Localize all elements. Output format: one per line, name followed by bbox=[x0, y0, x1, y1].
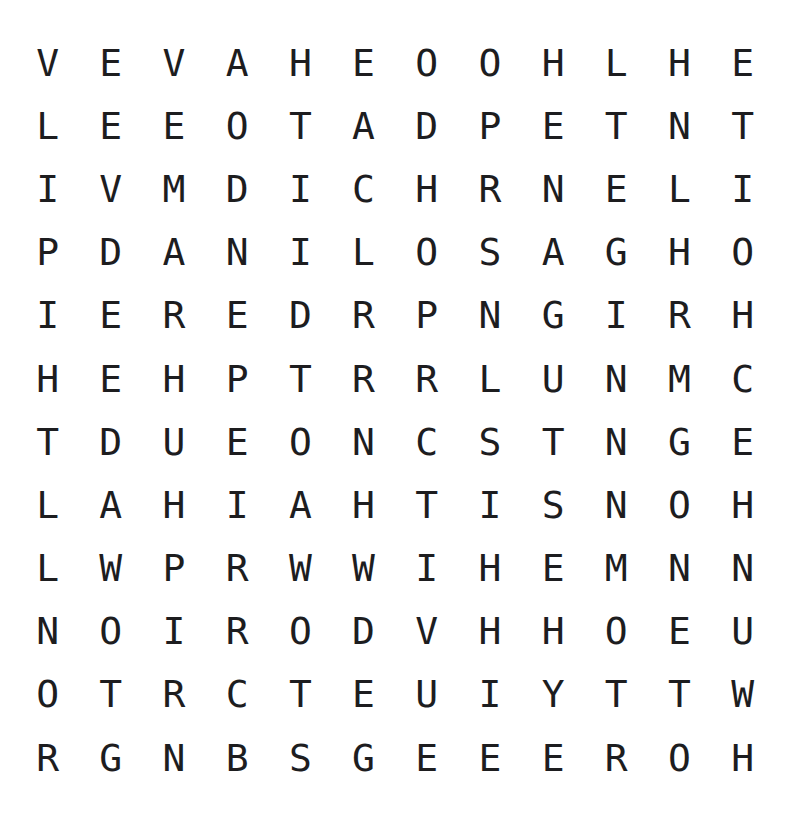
grid-cell-r1c7[interactable]: O bbox=[395, 31, 458, 94]
grid-cell-r2c7[interactable]: D bbox=[395, 94, 458, 157]
grid-cell-r4c7[interactable]: O bbox=[395, 221, 458, 284]
grid-cell-r5c11[interactable]: R bbox=[648, 284, 711, 347]
grid-cell-r8c9[interactable]: S bbox=[522, 473, 585, 536]
grid-cell-r2c9[interactable]: E bbox=[522, 94, 585, 157]
grid-cell-r9c2[interactable]: W bbox=[79, 537, 142, 600]
grid-cell-r8c3[interactable]: H bbox=[142, 473, 205, 536]
grid-cell-r11c8[interactable]: I bbox=[458, 663, 521, 726]
grid-cell-r10c9[interactable]: H bbox=[522, 600, 585, 663]
grid-cell-r9c5[interactable]: W bbox=[269, 537, 332, 600]
grid-cell-r5c6[interactable]: R bbox=[332, 284, 395, 347]
grid-cell-r5c5[interactable]: D bbox=[269, 284, 332, 347]
grid-cell-r8c10[interactable]: N bbox=[585, 473, 648, 536]
grid-cell-r11c5[interactable]: T bbox=[269, 663, 332, 726]
grid-cell-r9c11[interactable]: N bbox=[648, 537, 711, 600]
grid-cell-r4c1[interactable]: P bbox=[16, 221, 79, 284]
grid-cell-r3c7[interactable]: H bbox=[395, 157, 458, 220]
grid-cell-r1c8[interactable]: O bbox=[458, 31, 521, 94]
grid-cell-r1c1[interactable]: V bbox=[16, 31, 79, 94]
grid-cell-r3c5[interactable]: I bbox=[269, 157, 332, 220]
grid-cell-r10c11[interactable]: E bbox=[648, 600, 711, 663]
grid-cell-r4c3[interactable]: A bbox=[142, 221, 205, 284]
grid-cell-r2c11[interactable]: N bbox=[648, 94, 711, 157]
grid-cell-r1c5[interactable]: H bbox=[269, 31, 332, 94]
grid-cell-r6c4[interactable]: P bbox=[206, 347, 269, 410]
grid-cell-r4c11[interactable]: H bbox=[648, 221, 711, 284]
grid-cell-r7c8[interactable]: S bbox=[458, 410, 521, 473]
grid-cell-r7c7[interactable]: C bbox=[395, 410, 458, 473]
grid-cell-r3c3[interactable]: M bbox=[142, 157, 205, 220]
grid-cell-r1c4[interactable]: A bbox=[206, 31, 269, 94]
grid-cell-r6c6[interactable]: R bbox=[332, 347, 395, 410]
grid-cell-r10c10[interactable]: O bbox=[585, 600, 648, 663]
grid-cell-r3c10[interactable]: E bbox=[585, 157, 648, 220]
grid-cell-r12c5[interactable]: S bbox=[269, 726, 332, 789]
grid-cell-r4c10[interactable]: G bbox=[585, 221, 648, 284]
grid-cell-r12c2[interactable]: G bbox=[79, 726, 142, 789]
grid-cell-r5c2[interactable]: E bbox=[79, 284, 142, 347]
grid-cell-r12c11[interactable]: O bbox=[648, 726, 711, 789]
grid-cell-r5c12[interactable]: H bbox=[711, 284, 774, 347]
grid-cell-r2c10[interactable]: T bbox=[585, 94, 648, 157]
grid-cell-r7c10[interactable]: N bbox=[585, 410, 648, 473]
grid-cell-r12c12[interactable]: H bbox=[711, 726, 774, 789]
grid-cell-r7c6[interactable]: N bbox=[332, 410, 395, 473]
grid-cell-r4c2[interactable]: D bbox=[79, 221, 142, 284]
word-search-grid: VEVAHEOOHLHELEEOTADPETNTIVMDICHRNELIPDAN… bbox=[16, 31, 774, 789]
grid-cell-r7c9[interactable]: T bbox=[522, 410, 585, 473]
grid-cell-r3c2[interactable]: V bbox=[79, 157, 142, 220]
grid-cell-r8c1[interactable]: L bbox=[16, 473, 79, 536]
grid-cell-r2c5[interactable]: T bbox=[269, 94, 332, 157]
grid-cell-r12c7[interactable]: E bbox=[395, 726, 458, 789]
grid-cell-r9c1[interactable]: L bbox=[16, 537, 79, 600]
grid-cell-r7c12[interactable]: E bbox=[711, 410, 774, 473]
grid-cell-r1c3[interactable]: V bbox=[142, 31, 205, 94]
grid-cell-r10c2[interactable]: O bbox=[79, 600, 142, 663]
grid-cell-r2c3[interactable]: E bbox=[142, 94, 205, 157]
grid-cell-r2c12[interactable]: T bbox=[711, 94, 774, 157]
grid-cell-r9c12[interactable]: N bbox=[711, 537, 774, 600]
grid-cell-r5c4[interactable]: E bbox=[206, 284, 269, 347]
grid-cell-r12c3[interactable]: N bbox=[142, 726, 205, 789]
grid-cell-r9c6[interactable]: W bbox=[332, 537, 395, 600]
grid-cell-r11c12[interactable]: W bbox=[711, 663, 774, 726]
grid-cell-r6c1[interactable]: H bbox=[16, 347, 79, 410]
grid-cell-r9c4[interactable]: R bbox=[206, 537, 269, 600]
grid-cell-r8c11[interactable]: O bbox=[648, 473, 711, 536]
grid-cell-r4c6[interactable]: L bbox=[332, 221, 395, 284]
grid-cell-r1c9[interactable]: H bbox=[522, 31, 585, 94]
grid-cell-r3c1[interactable]: I bbox=[16, 157, 79, 220]
grid-cell-r6c2[interactable]: E bbox=[79, 347, 142, 410]
grid-cell-r6c7[interactable]: R bbox=[395, 347, 458, 410]
grid-cell-r4c9[interactable]: A bbox=[522, 221, 585, 284]
grid-cell-r5c8[interactable]: N bbox=[458, 284, 521, 347]
grid-cell-r4c12[interactable]: O bbox=[711, 221, 774, 284]
grid-cell-r3c4[interactable]: D bbox=[206, 157, 269, 220]
grid-cell-r11c9[interactable]: Y bbox=[522, 663, 585, 726]
grid-cell-r9c8[interactable]: H bbox=[458, 537, 521, 600]
grid-cell-r8c6[interactable]: H bbox=[332, 473, 395, 536]
grid-cell-r3c12[interactable]: I bbox=[711, 157, 774, 220]
grid-cell-r7c11[interactable]: G bbox=[648, 410, 711, 473]
grid-cell-r10c12[interactable]: U bbox=[711, 600, 774, 663]
grid-cell-r8c5[interactable]: A bbox=[269, 473, 332, 536]
grid-cell-r11c2[interactable]: T bbox=[79, 663, 142, 726]
grid-cell-r3c6[interactable]: C bbox=[332, 157, 395, 220]
grid-cell-r11c10[interactable]: T bbox=[585, 663, 648, 726]
grid-cell-r9c7[interactable]: I bbox=[395, 537, 458, 600]
grid-cell-r1c10[interactable]: L bbox=[585, 31, 648, 94]
grid-cell-r11c6[interactable]: E bbox=[332, 663, 395, 726]
grid-cell-r8c4[interactable]: I bbox=[206, 473, 269, 536]
grid-cell-r3c8[interactable]: R bbox=[458, 157, 521, 220]
grid-cell-r9c10[interactable]: M bbox=[585, 537, 648, 600]
grid-cell-r5c1[interactable]: I bbox=[16, 284, 79, 347]
grid-cell-r9c9[interactable]: E bbox=[522, 537, 585, 600]
grid-cell-r12c6[interactable]: G bbox=[332, 726, 395, 789]
grid-cell-r6c10[interactable]: N bbox=[585, 347, 648, 410]
grid-cell-r10c7[interactable]: V bbox=[395, 600, 458, 663]
grid-cell-r6c5[interactable]: T bbox=[269, 347, 332, 410]
grid-cell-r3c11[interactable]: L bbox=[648, 157, 711, 220]
grid-cell-r11c7[interactable]: U bbox=[395, 663, 458, 726]
grid-cell-r8c2[interactable]: A bbox=[79, 473, 142, 536]
grid-cell-r7c2[interactable]: D bbox=[79, 410, 142, 473]
grid-cell-r1c2[interactable]: E bbox=[79, 31, 142, 94]
grid-cell-r10c8[interactable]: H bbox=[458, 600, 521, 663]
grid-cell-r4c4[interactable]: N bbox=[206, 221, 269, 284]
grid-cell-r2c8[interactable]: P bbox=[458, 94, 521, 157]
grid-cell-r11c11[interactable]: T bbox=[648, 663, 711, 726]
grid-cell-r2c1[interactable]: L bbox=[16, 94, 79, 157]
grid-cell-r12c9[interactable]: E bbox=[522, 726, 585, 789]
grid-cell-r12c10[interactable]: R bbox=[585, 726, 648, 789]
grid-cell-r8c7[interactable]: T bbox=[395, 473, 458, 536]
grid-cell-r11c3[interactable]: R bbox=[142, 663, 205, 726]
grid-cell-r2c2[interactable]: E bbox=[79, 94, 142, 157]
grid-cell-r7c4[interactable]: E bbox=[206, 410, 269, 473]
grid-cell-r12c8[interactable]: E bbox=[458, 726, 521, 789]
grid-cell-r1c11[interactable]: H bbox=[648, 31, 711, 94]
grid-cell-r11c1[interactable]: O bbox=[16, 663, 79, 726]
grid-cell-r7c3[interactable]: U bbox=[142, 410, 205, 473]
grid-cell-r10c1[interactable]: N bbox=[16, 600, 79, 663]
grid-cell-r5c7[interactable]: P bbox=[395, 284, 458, 347]
grid-cell-r1c6[interactable]: E bbox=[332, 31, 395, 94]
grid-cell-r6c8[interactable]: L bbox=[458, 347, 521, 410]
grid-cell-r7c1[interactable]: T bbox=[16, 410, 79, 473]
grid-cell-r6c11[interactable]: M bbox=[648, 347, 711, 410]
grid-cell-r5c10[interactable]: I bbox=[585, 284, 648, 347]
grid-cell-r6c9[interactable]: U bbox=[522, 347, 585, 410]
grid-cell-r9c3[interactable]: P bbox=[142, 537, 205, 600]
grid-cell-r12c1[interactable]: R bbox=[16, 726, 79, 789]
grid-cell-r1c12[interactable]: E bbox=[711, 31, 774, 94]
grid-cell-r4c5[interactable]: I bbox=[269, 221, 332, 284]
grid-cell-r12c4[interactable]: B bbox=[206, 726, 269, 789]
grid-cell-r10c4[interactable]: R bbox=[206, 600, 269, 663]
grid-cell-r8c8[interactable]: I bbox=[458, 473, 521, 536]
grid-cell-r7c5[interactable]: O bbox=[269, 410, 332, 473]
grid-cell-r10c6[interactable]: D bbox=[332, 600, 395, 663]
grid-cell-r4c8[interactable]: S bbox=[458, 221, 521, 284]
grid-cell-r2c4[interactable]: O bbox=[206, 94, 269, 157]
grid-cell-r5c9[interactable]: G bbox=[522, 284, 585, 347]
grid-cell-r5c3[interactable]: R bbox=[142, 284, 205, 347]
grid-cell-r10c3[interactable]: I bbox=[142, 600, 205, 663]
grid-cell-r6c3[interactable]: H bbox=[142, 347, 205, 410]
grid-cell-r2c6[interactable]: A bbox=[332, 94, 395, 157]
grid-cell-r6c12[interactable]: C bbox=[711, 347, 774, 410]
grid-cell-r8c12[interactable]: H bbox=[711, 473, 774, 536]
grid-cell-r11c4[interactable]: C bbox=[206, 663, 269, 726]
grid-cell-r3c9[interactable]: N bbox=[522, 157, 585, 220]
grid-cell-r10c5[interactable]: O bbox=[269, 600, 332, 663]
